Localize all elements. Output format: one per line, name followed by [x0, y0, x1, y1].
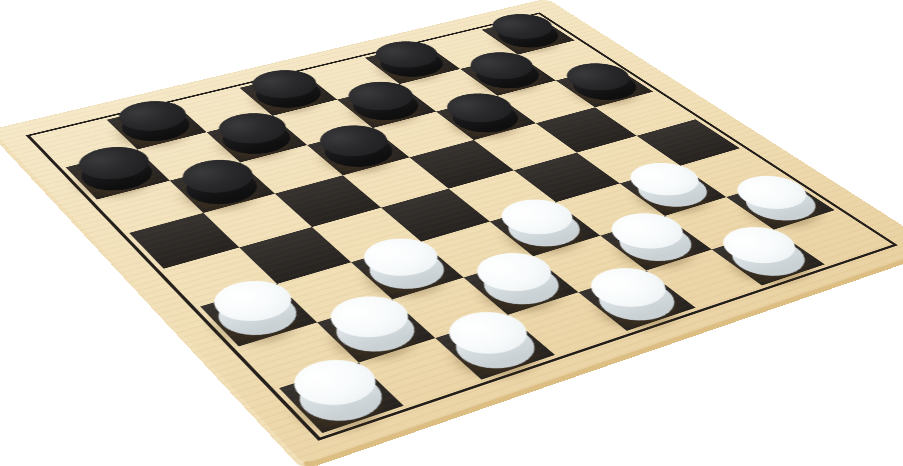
white-checker-r6c3[interactable]	[456, 246, 579, 311]
white-checker-r6c1[interactable]	[310, 289, 435, 359]
white-checker-r5c6[interactable]	[611, 157, 726, 213]
black-checker-r0c7[interactable]	[476, 10, 575, 52]
white-checker-r5c0[interactable]	[195, 274, 318, 343]
black-checker-r1c0[interactable]	[62, 141, 171, 196]
black-checker-r1c4[interactable]	[332, 77, 437, 126]
black-checker-r0c1[interactable]	[102, 96, 207, 147]
white-checker-r6c5[interactable]	[592, 207, 712, 268]
white-checker-r7c6[interactable]	[703, 221, 825, 283]
white-checker-r7c2[interactable]	[428, 304, 556, 376]
white-checker-r7c0[interactable]	[273, 352, 404, 430]
black-checker-r0c5[interactable]	[359, 37, 460, 82]
black-checker-r2c3[interactable]	[302, 120, 411, 173]
white-checker-r5c4[interactable]	[483, 193, 600, 253]
black-checker-r2c5[interactable]	[430, 88, 536, 138]
black-checker-r1c6[interactable]	[454, 48, 557, 94]
white-checker-r6c7[interactable]	[718, 170, 835, 227]
photo-stage	[0, 0, 903, 466]
page: { "game": "checkers", "scene": "Overhead…	[0, 0, 903, 466]
white-checker-r5c2[interactable]	[344, 232, 464, 296]
checkers-board	[0, 0, 903, 466]
pieces-layer	[0, 0, 903, 466]
white-checker-r7c4[interactable]	[570, 261, 695, 328]
black-checker-r1c2[interactable]	[201, 108, 308, 160]
black-checker-r2c1[interactable]	[165, 154, 276, 210]
black-checker-r0c3[interactable]	[235, 65, 338, 113]
black-checker-r2c7[interactable]	[549, 59, 653, 106]
